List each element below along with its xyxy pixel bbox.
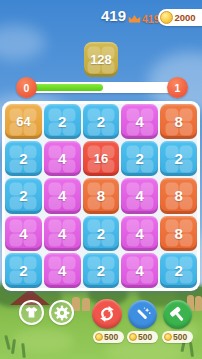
tile-r4c5[interactable]: 8 [160,216,197,251]
coin-balance-value: 2000 [175,12,196,23]
tile-r2c1[interactable]: 2 [5,141,42,176]
hammer-icon [169,306,187,324]
hammer-price-value: 500 [173,332,187,342]
tile-r5c2[interactable]: 4 [44,253,81,288]
skin-button[interactable] [19,300,44,325]
tile-r5c3[interactable]: 2 [83,253,120,288]
tile-r4c2[interactable]: 4 [44,216,81,251]
tile-r2c2[interactable]: 4 [44,141,81,176]
tile-r5c1[interactable]: 2 [5,253,42,288]
cloud [0,25,45,60]
shuffle-price: 500 [93,331,124,343]
shirt-icon [24,305,39,320]
tile-r4c4[interactable]: 4 [121,216,158,251]
tile-r2c5[interactable]: 2 [160,141,197,176]
progress-start-marker: 0 [16,77,37,98]
goal-tile-128: 128 [84,42,118,77]
game-board: 642248241622248484424824242 [2,101,200,291]
tile-r5c5[interactable]: 2 [160,253,197,288]
tile-r4c1[interactable]: 4 [5,216,42,251]
game-screen: 419 419 2000 128 0 1 6422482416222484844… [0,0,202,359]
wand-price: 500 [127,331,158,343]
tile-r5c4[interactable]: 4 [121,253,158,288]
coin-icon [164,333,172,341]
tile-r3c2[interactable]: 4 [44,178,81,213]
tile-r3c5[interactable]: 8 [160,178,197,213]
tile-r3c1[interactable]: 2 [5,178,42,213]
coin-icon [129,333,137,341]
tile-r1c1[interactable]: 64 [5,104,42,139]
settings-button[interactable] [49,300,74,325]
coin-icon [160,11,173,24]
crown-score: 419 [128,13,160,25]
crown-score-value: 419 [142,13,160,25]
tile-r1c3[interactable]: 2 [83,104,120,139]
tile-r1c5[interactable]: 8 [160,104,197,139]
shuffle-price-value: 500 [104,332,118,342]
wand-price-value: 500 [138,332,152,342]
gear-icon [54,305,70,321]
tile-r1c2[interactable]: 2 [44,104,81,139]
tile-r2c3[interactable]: 16 [83,141,120,176]
progress-bar [27,82,183,93]
board-grid[interactable]: 642248241622248484424824242 [5,104,197,288]
tile-r1c4[interactable]: 4 [121,104,158,139]
hammer-price: 500 [162,331,193,343]
coin-balance[interactable]: 2000 [158,9,202,26]
wand-powerup-button[interactable] [128,300,157,329]
progress-end-marker: 1 [167,77,188,98]
coin-icon [95,333,103,341]
refresh-icon [98,305,116,323]
score-value: 419 [78,7,126,24]
shuffle-powerup-button[interactable] [92,299,122,329]
tile-r4c3[interactable]: 2 [83,216,120,251]
tile-r3c3[interactable]: 8 [83,178,120,213]
crown-icon [128,14,141,24]
wand-icon [134,306,152,324]
tile-r3c4[interactable]: 4 [121,178,158,213]
progress-fill [29,84,103,91]
hammer-powerup-button[interactable] [163,300,192,329]
tile-r2c4[interactable]: 2 [121,141,158,176]
